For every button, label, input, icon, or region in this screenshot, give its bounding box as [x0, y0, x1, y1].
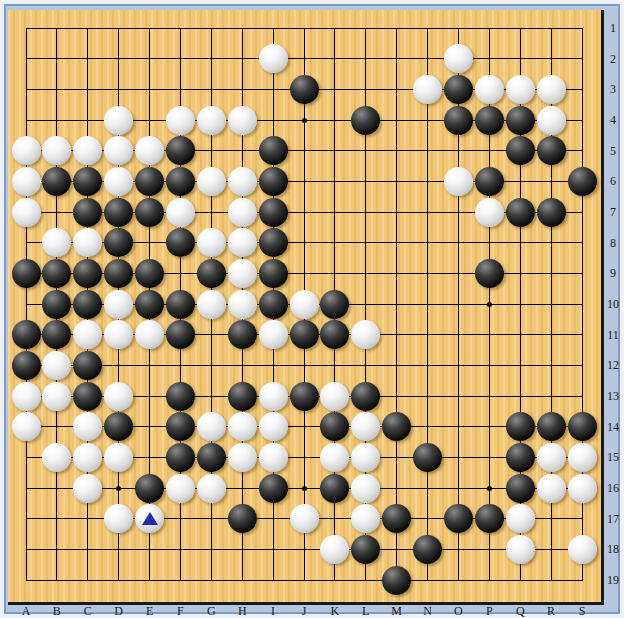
stone-black[interactable]	[506, 198, 535, 227]
star-point	[116, 486, 121, 491]
column-label: I	[264, 604, 282, 618]
stone-black[interactable]	[444, 75, 473, 104]
stone-white[interactable]	[259, 443, 288, 472]
stone-black[interactable]	[568, 167, 597, 196]
stone-white[interactable]	[506, 504, 535, 533]
stone-white[interactable]	[12, 167, 41, 196]
stone-black[interactable]	[475, 259, 504, 288]
stone-white[interactable]	[413, 75, 442, 104]
grid-line	[396, 28, 397, 581]
row-label: 14	[603, 420, 623, 434]
stone-white[interactable]	[135, 320, 164, 349]
row-label: 10	[603, 297, 623, 311]
row-label: 11	[603, 328, 623, 342]
stone-white[interactable]	[166, 474, 195, 503]
stone-white[interactable]	[166, 106, 195, 135]
stone-black[interactable]	[166, 228, 195, 257]
stone-black[interactable]	[259, 167, 288, 196]
stone-white[interactable]	[42, 443, 71, 472]
grid-line	[26, 549, 583, 550]
row-label: 19	[603, 573, 623, 587]
stone-white[interactable]	[320, 443, 349, 472]
stone-black[interactable]	[166, 167, 195, 196]
stone-white[interactable]	[475, 198, 504, 227]
stone-white[interactable]	[104, 290, 133, 319]
stone-black[interactable]	[166, 382, 195, 411]
stone-black[interactable]	[506, 412, 535, 441]
stone-white[interactable]	[228, 290, 257, 319]
stone-black[interactable]	[475, 167, 504, 196]
stone-white[interactable]	[351, 443, 380, 472]
stone-black[interactable]	[537, 198, 566, 227]
row-label: 1	[603, 21, 623, 35]
stone-black[interactable]	[197, 443, 226, 472]
stone-white[interactable]	[444, 167, 473, 196]
stone-white[interactable]	[537, 474, 566, 503]
row-label: 18	[603, 542, 623, 556]
row-label: 6	[603, 174, 623, 188]
stone-black[interactable]	[506, 106, 535, 135]
star-point	[487, 486, 492, 491]
row-label: 15	[603, 450, 623, 464]
stone-black[interactable]	[228, 382, 257, 411]
stone-black[interactable]	[351, 382, 380, 411]
stone-black[interactable]	[259, 474, 288, 503]
stone-black[interactable]	[197, 259, 226, 288]
stone-white[interactable]	[12, 412, 41, 441]
stone-black[interactable]	[73, 351, 102, 380]
stone-black[interactable]	[506, 474, 535, 503]
stone-white[interactable]	[104, 443, 133, 472]
stone-black[interactable]	[320, 474, 349, 503]
stone-black[interactable]	[259, 136, 288, 165]
go-board-panel: A1B2C3D4E5F6G7H8I9J10K11L12M13N14O15P16Q…	[0, 0, 624, 618]
row-label: 17	[603, 512, 623, 526]
star-point	[302, 118, 307, 123]
stone-black[interactable]	[166, 290, 195, 319]
stone-white[interactable]	[166, 198, 195, 227]
stone-white[interactable]	[197, 228, 226, 257]
row-label: 12	[603, 358, 623, 372]
row-label: 2	[603, 52, 623, 66]
stone-white[interactable]	[197, 167, 226, 196]
stone-white[interactable]	[104, 167, 133, 196]
stone-black[interactable]	[413, 535, 442, 564]
stone-black[interactable]	[290, 382, 319, 411]
stone-white[interactable]	[506, 75, 535, 104]
column-label: H	[233, 604, 251, 618]
stone-black[interactable]	[475, 504, 504, 533]
stone-black[interactable]	[259, 290, 288, 319]
column-label: E	[141, 604, 159, 618]
column-label: F	[171, 604, 189, 618]
row-label: 9	[603, 266, 623, 280]
column-label: K	[326, 604, 344, 618]
stone-white[interactable]	[228, 198, 257, 227]
stone-black[interactable]	[537, 412, 566, 441]
stone-black[interactable]	[135, 290, 164, 319]
stone-white[interactable]	[228, 412, 257, 441]
stone-black[interactable]	[135, 474, 164, 503]
stone-white[interactable]	[259, 44, 288, 73]
stone-black[interactable]	[166, 412, 195, 441]
stone-white[interactable]	[228, 259, 257, 288]
stone-white[interactable]	[42, 382, 71, 411]
stone-white[interactable]	[506, 535, 535, 564]
stone-black[interactable]	[104, 198, 133, 227]
stone-black[interactable]	[351, 106, 380, 135]
stone-white[interactable]	[444, 44, 473, 73]
stone-white[interactable]	[228, 443, 257, 472]
stone-white[interactable]	[135, 136, 164, 165]
stone-white[interactable]	[104, 382, 133, 411]
stone-white[interactable]	[259, 412, 288, 441]
stone-black[interactable]	[42, 259, 71, 288]
row-label: 8	[603, 236, 623, 250]
stone-black[interactable]	[166, 136, 195, 165]
stone-black[interactable]	[166, 443, 195, 472]
stone-white[interactable]	[228, 167, 257, 196]
column-label: Q	[511, 604, 529, 618]
stone-black[interactable]	[228, 504, 257, 533]
stone-black[interactable]	[506, 136, 535, 165]
stone-black[interactable]	[12, 351, 41, 380]
stone-white[interactable]	[351, 474, 380, 503]
stone-white[interactable]	[320, 382, 349, 411]
stone-white[interactable]	[73, 443, 102, 472]
row-label: 13	[603, 389, 623, 403]
stone-black[interactable]	[12, 320, 41, 349]
stone-black[interactable]	[42, 167, 71, 196]
stone-white[interactable]	[568, 474, 597, 503]
column-label: C	[79, 604, 97, 618]
column-label: N	[419, 604, 437, 618]
stone-white[interactable]	[228, 106, 257, 135]
star-point	[487, 302, 492, 307]
stone-white[interactable]	[537, 443, 566, 472]
stone-white[interactable]	[259, 382, 288, 411]
grid-line	[26, 365, 583, 366]
column-label: M	[388, 604, 406, 618]
row-label: 5	[603, 144, 623, 158]
column-label: D	[110, 604, 128, 618]
stone-black[interactable]	[104, 259, 133, 288]
row-label: 16	[603, 481, 623, 495]
stone-black[interactable]	[166, 320, 195, 349]
stone-black[interactable]	[290, 320, 319, 349]
stone-black[interactable]	[382, 566, 411, 595]
stone-black[interactable]	[506, 443, 535, 472]
stone-white[interactable]	[12, 136, 41, 165]
stone-black[interactable]	[73, 198, 102, 227]
stone-black[interactable]	[73, 382, 102, 411]
row-label: 3	[603, 82, 623, 96]
stone-white[interactable]	[42, 351, 71, 380]
stone-black[interactable]	[444, 504, 473, 533]
stone-black[interactable]	[444, 106, 473, 135]
column-label: B	[48, 604, 66, 618]
stone-black[interactable]	[135, 167, 164, 196]
stone-black[interactable]	[413, 443, 442, 472]
star-point	[302, 486, 307, 491]
column-label: S	[573, 604, 591, 618]
stone-black[interactable]	[351, 535, 380, 564]
column-label: G	[202, 604, 220, 618]
stone-black[interactable]	[475, 106, 504, 135]
stone-white[interactable]	[228, 228, 257, 257]
grid-line	[26, 580, 583, 581]
stone-white[interactable]	[568, 535, 597, 564]
grid-line	[427, 28, 428, 581]
stone-white[interactable]	[12, 198, 41, 227]
stone-white[interactable]	[259, 320, 288, 349]
stone-white[interactable]	[197, 290, 226, 319]
stone-white[interactable]	[197, 412, 226, 441]
stone-black[interactable]	[73, 290, 102, 319]
column-label: R	[542, 604, 560, 618]
column-label: O	[449, 604, 467, 618]
stone-black[interactable]	[320, 290, 349, 319]
stone-black[interactable]	[537, 136, 566, 165]
row-label: 7	[603, 205, 623, 219]
column-label: P	[480, 604, 498, 618]
row-label: 4	[603, 113, 623, 127]
stone-white[interactable]	[537, 75, 566, 104]
column-label: J	[295, 604, 313, 618]
stone-white[interactable]	[475, 75, 504, 104]
stone-black[interactable]	[568, 412, 597, 441]
last-move-triangle-marker	[142, 512, 158, 525]
stone-black[interactable]	[228, 320, 257, 349]
stone-white[interactable]	[537, 106, 566, 135]
column-label: L	[357, 604, 375, 618]
stone-white[interactable]	[197, 474, 226, 503]
stone-black[interactable]	[259, 259, 288, 288]
stone-black[interactable]	[12, 259, 41, 288]
stone-black[interactable]	[73, 259, 102, 288]
stone-black[interactable]	[259, 198, 288, 227]
column-label: A	[17, 604, 35, 618]
stone-black[interactable]	[135, 259, 164, 288]
stone-black[interactable]	[290, 75, 319, 104]
stone-white[interactable]	[320, 535, 349, 564]
stone-black[interactable]	[73, 167, 102, 196]
stone-white[interactable]	[12, 382, 41, 411]
stone-white[interactable]	[290, 504, 319, 533]
stone-white[interactable]	[104, 106, 133, 135]
stone-white[interactable]	[568, 443, 597, 472]
stone-white[interactable]	[197, 106, 226, 135]
stone-black[interactable]	[259, 228, 288, 257]
stone-white[interactable]	[290, 290, 319, 319]
stone-black[interactable]	[42, 290, 71, 319]
stone-black[interactable]	[135, 198, 164, 227]
stone-white[interactable]	[73, 474, 102, 503]
